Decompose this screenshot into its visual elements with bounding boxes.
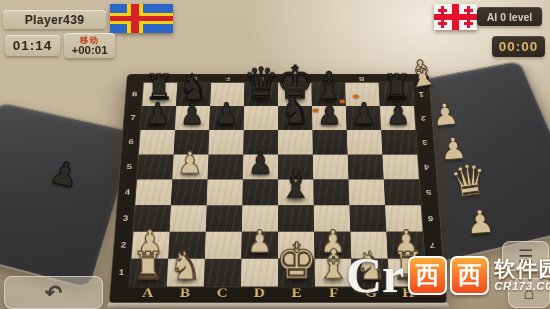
file-label-top: B: [345, 75, 379, 82]
square-a4[interactable]: [135, 179, 172, 205]
square-h7[interactable]: ♟: [380, 106, 416, 130]
white-player-flag-aland: [110, 4, 173, 33]
flag-small-cross: [464, 6, 473, 15]
file-label-top: F: [211, 75, 245, 82]
piece-black-knight[interactable]: ♞: [280, 94, 310, 129]
undo-button[interactable]: ↶: [4, 276, 103, 309]
file-label: B: [166, 284, 204, 302]
piece-white-king[interactable]: ♚: [276, 237, 318, 284]
flag-red-bar: [110, 16, 173, 21]
square-h4[interactable]: [384, 179, 421, 205]
square-e6[interactable]: [278, 130, 313, 154]
square-c6[interactable]: [208, 130, 243, 154]
piece-black-pawn[interactable]: ♟: [386, 100, 411, 128]
square-d2[interactable]: ♟: [241, 232, 278, 259]
square-c3[interactable]: [206, 205, 243, 231]
square-f4[interactable]: [313, 179, 349, 205]
flag-small-cross: [438, 6, 447, 15]
piece-black-pawn[interactable]: ♟: [180, 100, 205, 128]
square-a5[interactable]: [137, 154, 174, 179]
captured-white-pawn: ♟: [465, 205, 496, 239]
square-c4[interactable]: [207, 179, 243, 205]
flag-red-bar: [131, 4, 139, 33]
watermark-text: 软件园 CR173.COM: [494, 258, 550, 293]
white-increment: 移动 +00:01: [64, 33, 115, 58]
piece-black-pawn[interactable]: ♟: [214, 100, 239, 128]
file-label: E: [278, 284, 315, 302]
square-d8[interactable]: ♛: [244, 83, 278, 106]
square-e3[interactable]: [278, 205, 314, 231]
watermark-site-url: CR173.COM: [494, 281, 550, 293]
captured-white-queen: ♛: [447, 158, 490, 205]
captured-black-pawn: ♟: [47, 155, 82, 192]
square-c7[interactable]: ♟: [209, 106, 244, 130]
rank-label-left: 1: [112, 259, 131, 287]
rank-label-left: 4: [118, 179, 136, 205]
file-label: C: [203, 284, 241, 302]
square-g7[interactable]: ♟: [346, 106, 381, 130]
rank-label-left: 6: [122, 130, 140, 154]
square-d7[interactable]: [244, 106, 278, 130]
square-b3[interactable]: [170, 205, 207, 231]
square-d1[interactable]: [241, 259, 278, 287]
rank-label-right: 5: [420, 179, 438, 205]
file-label: D: [241, 284, 278, 302]
piece-white-pawn[interactable]: ♟: [177, 149, 202, 178]
watermark-logo: Cr: [346, 250, 404, 300]
piece-black-pawn[interactable]: ♟: [317, 100, 342, 128]
undo-icon: ↶: [45, 281, 63, 305]
piece-white-rook[interactable]: ♜: [132, 249, 164, 285]
piece-white-pawn[interactable]: ♟: [247, 227, 273, 257]
square-e4[interactable]: ♝: [278, 179, 314, 205]
increment-value: +00:01: [71, 45, 107, 57]
square-g3[interactable]: [349, 205, 386, 231]
captured-white-bishop: ♝: [403, 53, 441, 94]
game-screen: ♝♟♟♛♟♟ ABCDEFGH 87654321 87654321 ♜♞♛♚♝♜…: [0, 0, 550, 309]
piece-black-pawn[interactable]: ♟: [248, 149, 273, 178]
rank-label-left: 7: [124, 106, 141, 130]
square-b5[interactable]: ♟: [172, 154, 208, 179]
square-c5[interactable]: [208, 154, 244, 179]
rank-label-right: 3: [416, 130, 434, 154]
file-label: A: [129, 284, 167, 302]
watermark-site-name: 软件园: [494, 258, 550, 279]
rank-label-right: 2: [415, 106, 432, 130]
square-f6[interactable]: [312, 130, 347, 154]
square-h5[interactable]: [382, 154, 419, 179]
watermark-box-2: 西: [450, 256, 489, 295]
rank-label-left: 2: [114, 232, 133, 259]
watermark-box-1: 西: [408, 256, 447, 295]
black-player-name: AI 0 level: [477, 7, 542, 26]
square-g6[interactable]: [347, 130, 383, 154]
square-a1[interactable]: ♜: [130, 259, 169, 287]
square-a6[interactable]: [139, 130, 175, 154]
rank-label-left: 3: [116, 205, 134, 231]
square-f5[interactable]: [313, 154, 349, 179]
square-b7[interactable]: ♟: [175, 106, 210, 130]
rank-label-right: 4: [418, 154, 436, 179]
square-b1[interactable]: ♞: [167, 259, 205, 287]
piece-black-pawn[interactable]: ♟: [352, 100, 377, 128]
rank-label-left: 8: [126, 83, 143, 106]
piece-black-queen[interactable]: ♛: [243, 63, 279, 104]
rank-label-left: 5: [120, 154, 138, 179]
black-clock: 00:00: [492, 36, 545, 57]
white-player-name: Player439: [3, 10, 106, 29]
square-c1[interactable]: [204, 259, 242, 287]
flag-small-cross: [464, 19, 473, 28]
piece-black-bishop[interactable]: ♝: [279, 166, 312, 203]
square-d4[interactable]: [242, 179, 278, 205]
square-d5[interactable]: ♟: [243, 154, 278, 179]
flag-red-cross: [452, 4, 459, 30]
square-b4[interactable]: [171, 179, 208, 205]
rank-label-right: 6: [422, 205, 440, 231]
square-c2[interactable]: [205, 232, 242, 259]
watermark: Cr 西 西 软件园 CR173.COM: [346, 245, 550, 305]
captured-white-pawn: ♟: [431, 99, 461, 132]
square-e7[interactable]: ♞: [278, 106, 312, 130]
piece-white-knight[interactable]: ♞: [169, 248, 202, 285]
square-e1[interactable]: ♚: [278, 259, 315, 287]
square-a7[interactable]: ♟: [141, 106, 177, 130]
square-f7[interactable]: ♟: [312, 106, 347, 130]
piece-black-pawn[interactable]: ♟: [145, 100, 170, 128]
flag-small-cross: [438, 19, 447, 28]
white-clock: 01:14: [5, 35, 60, 56]
black-player-flag-georgia: [434, 4, 477, 30]
square-g5[interactable]: [348, 154, 384, 179]
square-h6[interactable]: [381, 130, 417, 154]
square-g4[interactable]: [348, 179, 385, 205]
